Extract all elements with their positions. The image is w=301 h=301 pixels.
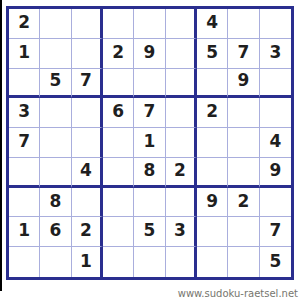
source-url-text: www.sudoku-raetsel.net [178,288,298,299]
cell-r5c6[interactable] [166,128,197,158]
cell-r8c2[interactable]: 6 [40,217,71,247]
cell-r7c9[interactable] [260,188,291,218]
cell-r5c4[interactable] [103,128,134,158]
cell-r4c3[interactable] [72,98,103,128]
cell-r1c6[interactable] [166,9,197,39]
cell-r1c5[interactable] [134,9,165,39]
cell-r3c2[interactable]: 5 [40,69,71,99]
cell-r1c2[interactable] [40,9,71,39]
cell-r5c2[interactable] [40,128,71,158]
cell-r9c9[interactable]: 5 [260,247,291,277]
cell-r7c4[interactable] [103,188,134,218]
cell-r1c7[interactable]: 4 [197,9,228,39]
cell-r5c7[interactable] [197,128,228,158]
sudoku-page: 241295735793672714482989216253715 www.su… [0,0,301,301]
cell-r6c3[interactable]: 4 [72,158,103,188]
cell-r7c6[interactable] [166,188,197,218]
cell-r5c1[interactable]: 7 [9,128,40,158]
cell-r4c6[interactable] [166,98,197,128]
cell-r1c9[interactable] [260,9,291,39]
cell-r8c6[interactable]: 3 [166,217,197,247]
cell-r7c7[interactable]: 9 [197,188,228,218]
cell-r8c7[interactable] [197,217,228,247]
cell-r2c8[interactable]: 7 [228,39,259,69]
cell-r6c2[interactable] [40,158,71,188]
cell-r3c9[interactable] [260,69,291,99]
cell-r7c5[interactable] [134,188,165,218]
cell-r2c4[interactable]: 2 [103,39,134,69]
cell-r2c1[interactable]: 1 [9,39,40,69]
cell-r8c3[interactable]: 2 [72,217,103,247]
cell-r4c5[interactable]: 7 [134,98,165,128]
cell-r3c4[interactable] [103,69,134,99]
cell-r8c9[interactable]: 7 [260,217,291,247]
left-edge-artifact [0,0,2,291]
cell-r2c5[interactable]: 9 [134,39,165,69]
cell-r3c7[interactable] [197,69,228,99]
cell-r6c7[interactable] [197,158,228,188]
cell-r5c9[interactable]: 4 [260,128,291,158]
cell-r7c2[interactable]: 8 [40,188,71,218]
cell-r9c3[interactable]: 1 [72,247,103,277]
cell-r3c3[interactable]: 7 [72,69,103,99]
cell-r6c1[interactable] [9,158,40,188]
cell-r6c5[interactable]: 8 [134,158,165,188]
cell-r3c5[interactable] [134,69,165,99]
cell-r9c5[interactable] [134,247,165,277]
sudoku-board: 241295735793672714482989216253715 [6,6,294,280]
cell-r9c2[interactable] [40,247,71,277]
cell-r5c3[interactable] [72,128,103,158]
cell-r2c3[interactable] [72,39,103,69]
cell-r3c8[interactable]: 9 [228,69,259,99]
cell-r9c1[interactable] [9,247,40,277]
cell-r8c5[interactable]: 5 [134,217,165,247]
cell-r4c8[interactable] [228,98,259,128]
cell-r9c4[interactable] [103,247,134,277]
cell-r1c4[interactable] [103,9,134,39]
cell-r6c4[interactable] [103,158,134,188]
cell-r9c6[interactable] [166,247,197,277]
cell-r9c8[interactable] [228,247,259,277]
cell-r5c5[interactable]: 1 [134,128,165,158]
cell-r1c8[interactable] [228,9,259,39]
cell-r8c4[interactable] [103,217,134,247]
cell-r7c3[interactable] [72,188,103,218]
cell-r4c1[interactable]: 3 [9,98,40,128]
cell-r8c1[interactable]: 1 [9,217,40,247]
cell-r3c1[interactable] [9,69,40,99]
cell-r2c2[interactable] [40,39,71,69]
cell-r8c8[interactable] [228,217,259,247]
cell-r7c8[interactable]: 2 [228,188,259,218]
cell-r4c9[interactable] [260,98,291,128]
cell-r4c2[interactable] [40,98,71,128]
cell-r2c6[interactable] [166,39,197,69]
cell-r6c8[interactable] [228,158,259,188]
cell-r5c8[interactable] [228,128,259,158]
cell-r7c1[interactable] [9,188,40,218]
cell-r1c1[interactable]: 2 [9,9,40,39]
cell-r2c9[interactable]: 3 [260,39,291,69]
cell-r9c7[interactable] [197,247,228,277]
cell-r4c7[interactable]: 2 [197,98,228,128]
cell-r2c7[interactable]: 5 [197,39,228,69]
cell-r3c6[interactable] [166,69,197,99]
cell-r6c6[interactable]: 2 [166,158,197,188]
cell-r1c3[interactable] [72,9,103,39]
cell-r4c4[interactable]: 6 [103,98,134,128]
cell-r6c9[interactable]: 9 [260,158,291,188]
